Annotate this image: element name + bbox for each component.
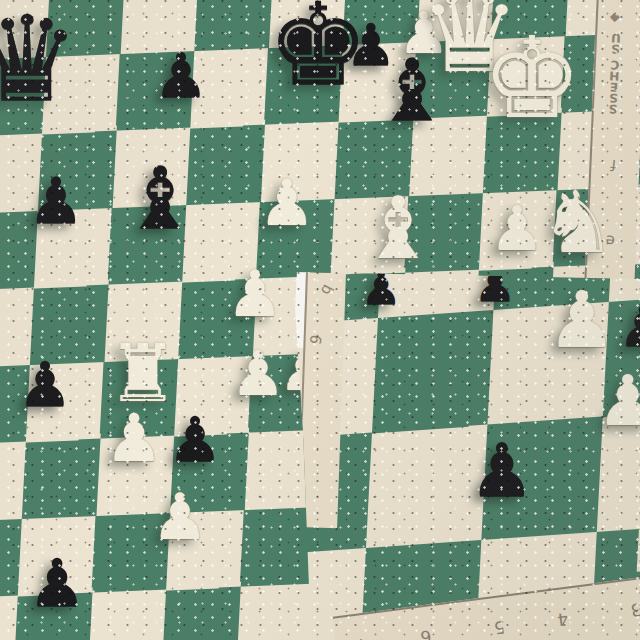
piece-white-pawn[interactable]: ♟ [489,198,545,260]
piece-black-pawn[interactable]: ♟ [469,433,535,507]
piece-white-pawn[interactable]: ♟ [597,366,640,436]
piece-black-pawn[interactable]: ♟ [27,169,84,233]
piece-white-pawn[interactable]: ♟ [151,485,208,549]
piece-black-pawn[interactable]: ♟ [17,354,73,416]
piece-black-bishop[interactable]: ♝ [373,47,450,133]
piece-white-king[interactable]: ♚ [482,22,582,134]
piece-white-pawn[interactable]: ♟ [258,171,315,235]
piece-white-knight[interactable]: ♞ [539,179,616,265]
chessboard-photo: Overhead photo collage of a tournament v… [0,0,640,640]
piece-black-bishop[interactable]: ♝ [121,155,198,241]
piece-black-pawn[interactable]: ♟ [27,551,86,617]
piece-black-pawn[interactable]: ♟ [153,45,209,107]
piece-white-bishop[interactable]: ♝ [359,185,436,271]
piece-white-pawn[interactable]: ♟ [547,281,617,359]
piece-black-pawn[interactable]: ♟ [618,299,640,355]
piece-white-pawn[interactable]: ♟ [230,343,286,405]
piece-white-pawn[interactable]: ♟ [226,262,283,326]
piece-white-pawn[interactable]: ♟ [104,406,163,472]
piece-black-pawn[interactable]: ♟ [167,409,223,471]
piece-black-queen[interactable]: ♛ [0,0,80,118]
